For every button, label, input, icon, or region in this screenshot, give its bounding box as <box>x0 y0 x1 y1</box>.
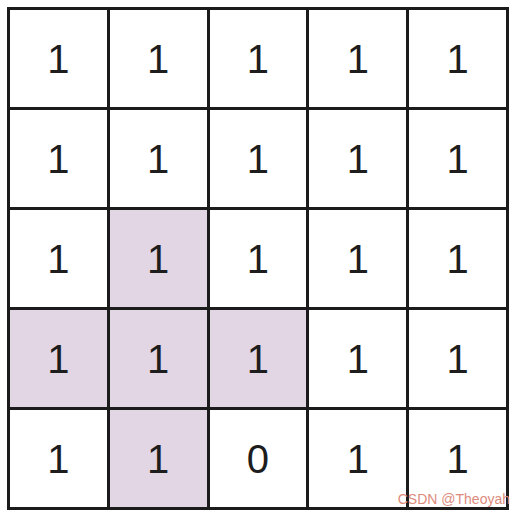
grid-cell-r2c5: 1 <box>409 110 506 207</box>
grid-cell-r1c2: 1 <box>110 10 207 107</box>
grid-cell-r2c3: 1 <box>210 110 307 207</box>
board: 1111111111111111111111011 <box>7 7 509 510</box>
grid-cell-r2c1: 1 <box>10 110 107 207</box>
watermark: CSDN @Theoyah <box>398 492 510 506</box>
diagram-canvas: 1111111111111111111111011 CSDN @Theoyah <box>0 0 517 518</box>
grid-cell-r4c4: 1 <box>309 310 406 407</box>
grid-cell-r3c3: 1 <box>210 210 307 307</box>
grid-cell-r4c5: 1 <box>409 310 506 407</box>
grid-cell-r1c1: 1 <box>10 10 107 107</box>
grid-cell-r1c5: 1 <box>409 10 506 107</box>
grid-cell-r3c1: 1 <box>10 210 107 307</box>
grid-cell-r3c5: 1 <box>409 210 506 307</box>
grid-cell-r1c3: 1 <box>210 10 307 107</box>
grid-cell-r4c2: 1 <box>110 310 207 407</box>
grid-cell-r4c3: 1 <box>210 310 307 407</box>
grid-cell-r3c4: 1 <box>309 210 406 307</box>
grid-cell-r2c2: 1 <box>110 110 207 207</box>
grid-cell-r5c3: 0 <box>210 410 307 507</box>
grid-cell-r5c4: 1 <box>309 410 406 507</box>
grid-cell-r5c1: 1 <box>10 410 107 507</box>
grid-cell-r4c1: 1 <box>10 310 107 407</box>
grid-cell-r2c4: 1 <box>309 110 406 207</box>
grid-cell-r5c2: 1 <box>110 410 207 507</box>
grid-cell-r3c2: 1 <box>110 210 207 307</box>
grid-cell-r1c4: 1 <box>309 10 406 107</box>
